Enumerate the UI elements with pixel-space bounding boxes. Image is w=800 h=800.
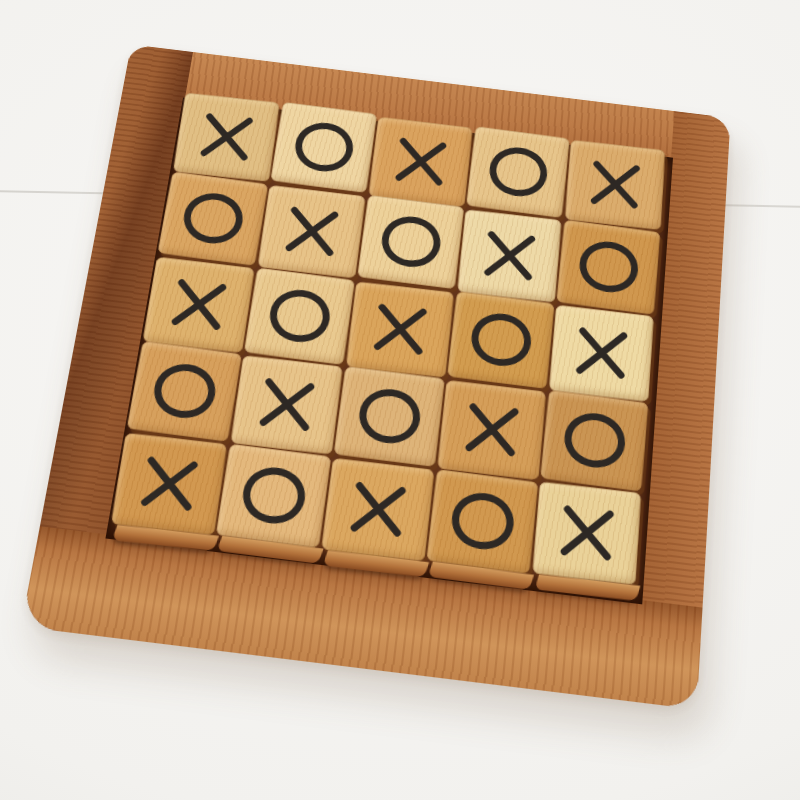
tile-r2c2[interactable] xyxy=(258,185,366,278)
x-symbol xyxy=(134,453,204,515)
x-symbol xyxy=(390,134,453,188)
tile-r3c2[interactable] xyxy=(244,267,356,365)
tile-r4c4[interactable] xyxy=(437,380,546,480)
o-symbol xyxy=(487,144,549,199)
tile-r2c1[interactable] xyxy=(157,171,268,266)
tile-r3c5[interactable] xyxy=(549,304,654,401)
x-symbol xyxy=(253,375,320,435)
tile-r3c4[interactable] xyxy=(447,291,555,389)
tile-r5c1[interactable] xyxy=(111,433,227,536)
x-symbol xyxy=(279,203,344,259)
tile-r4c5[interactable] xyxy=(540,390,649,492)
tile-r1c4[interactable] xyxy=(466,126,570,218)
tile-r2c5[interactable] xyxy=(556,219,660,314)
game-tray xyxy=(21,44,731,709)
tile-r3c1[interactable] xyxy=(143,256,255,352)
tile-r5c4[interactable] xyxy=(426,469,538,574)
tray-bottom-rail xyxy=(21,526,703,709)
tray-perspective-wrapper xyxy=(21,44,731,709)
o-symbol xyxy=(266,286,333,345)
o-symbol xyxy=(292,120,356,175)
x-symbol xyxy=(195,110,259,164)
tile-r5c3[interactable] xyxy=(321,458,434,562)
board-well xyxy=(105,98,673,605)
x-symbol xyxy=(368,300,433,358)
tray-left-rail xyxy=(21,44,193,635)
tile-r1c5[interactable] xyxy=(565,140,666,230)
tile-r1c1[interactable] xyxy=(173,92,280,181)
tile-r2c4[interactable] xyxy=(457,209,561,302)
tile-r5c2[interactable] xyxy=(216,444,332,548)
o-symbol xyxy=(577,238,640,295)
o-symbol xyxy=(180,190,247,247)
x-symbol xyxy=(165,275,232,333)
o-symbol xyxy=(449,490,516,553)
board-grid xyxy=(110,91,665,587)
tile-r4c2[interactable] xyxy=(230,355,342,455)
tile-r1c3[interactable] xyxy=(368,117,472,208)
x-symbol xyxy=(554,502,619,564)
o-symbol xyxy=(239,464,309,527)
tile-r3c3[interactable] xyxy=(346,281,454,377)
o-symbol xyxy=(562,410,627,471)
x-symbol xyxy=(478,227,541,283)
o-symbol xyxy=(379,213,443,270)
o-symbol xyxy=(150,361,219,422)
tile-r4c1[interactable] xyxy=(126,341,242,442)
tile-r2c3[interactable] xyxy=(357,195,464,289)
x-symbol xyxy=(344,478,412,540)
o-symbol xyxy=(356,386,423,447)
product-photo-scene xyxy=(0,0,800,800)
x-symbol xyxy=(459,400,524,460)
x-symbol xyxy=(585,157,645,211)
x-symbol xyxy=(570,323,633,381)
tile-r4c3[interactable] xyxy=(333,366,445,467)
o-symbol xyxy=(469,310,534,369)
tile-r5c5[interactable] xyxy=(532,481,641,585)
tile-r1c2[interactable] xyxy=(270,102,377,193)
